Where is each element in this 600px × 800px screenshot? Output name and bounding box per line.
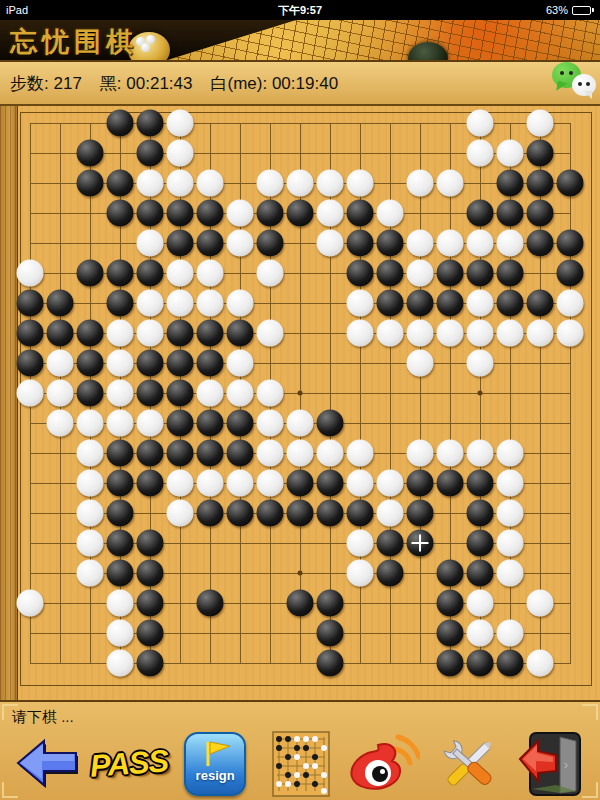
exit-button[interactable]: › bbox=[516, 731, 582, 797]
star-point bbox=[298, 571, 303, 576]
white-stone bbox=[347, 320, 374, 347]
white-stone bbox=[167, 140, 194, 167]
white-clock: 白(me): 00:19:40 bbox=[211, 72, 339, 95]
white-stone bbox=[467, 620, 494, 647]
black-stone bbox=[137, 620, 164, 647]
black-stone bbox=[497, 200, 524, 227]
black-stone bbox=[107, 110, 134, 137]
white-stone bbox=[497, 470, 524, 497]
exit-door-icon: › bbox=[516, 731, 582, 797]
white-stone bbox=[257, 440, 284, 467]
white-stone bbox=[407, 440, 434, 467]
white-stone bbox=[557, 290, 584, 317]
resign-label: resign bbox=[196, 768, 235, 783]
white-stone bbox=[227, 200, 254, 227]
white-stone bbox=[107, 410, 134, 437]
pass-label: PASS bbox=[89, 743, 169, 784]
black-stone bbox=[167, 350, 194, 377]
white-stone bbox=[167, 260, 194, 287]
black-stone bbox=[497, 290, 524, 317]
black-stone bbox=[137, 260, 164, 287]
black-stone bbox=[137, 650, 164, 677]
black-stone bbox=[347, 500, 374, 527]
black-stone bbox=[167, 440, 194, 467]
white-stone bbox=[317, 230, 344, 257]
game-info-bar: 步数: 217 黑: 00:21:43 白(me): 00:19:40 bbox=[0, 60, 600, 106]
white-stone bbox=[467, 590, 494, 617]
white-stone bbox=[107, 650, 134, 677]
white-stone bbox=[527, 320, 554, 347]
white-stone bbox=[377, 320, 404, 347]
black-stone bbox=[467, 560, 494, 587]
white-stone bbox=[107, 620, 134, 647]
wechat-white-bubble bbox=[572, 74, 596, 96]
grid-line bbox=[420, 123, 421, 664]
white-stone bbox=[17, 260, 44, 287]
white-stone bbox=[257, 410, 284, 437]
white-stone bbox=[317, 170, 344, 197]
white-stone bbox=[437, 440, 464, 467]
white-stone bbox=[407, 170, 434, 197]
white-stone bbox=[497, 230, 524, 257]
white-stone bbox=[347, 470, 374, 497]
white-stone bbox=[107, 590, 134, 617]
white-stone bbox=[467, 140, 494, 167]
white-stone bbox=[227, 350, 254, 377]
black-stone bbox=[107, 560, 134, 587]
black-stone bbox=[17, 350, 44, 377]
svg-text:›: › bbox=[564, 758, 568, 772]
black-stone bbox=[137, 560, 164, 587]
move-count: 步数: 217 bbox=[10, 72, 82, 95]
black-stone bbox=[527, 140, 554, 167]
white-stone bbox=[197, 260, 224, 287]
star-point bbox=[478, 391, 483, 396]
white-stone bbox=[227, 290, 254, 317]
white-stone bbox=[77, 440, 104, 467]
black-stone bbox=[527, 200, 554, 227]
black-stone bbox=[317, 500, 344, 527]
black-stone bbox=[317, 470, 344, 497]
bottom-toolbar: 请下棋 ... PASS resign bbox=[0, 700, 600, 800]
black-stone bbox=[377, 260, 404, 287]
black-stone bbox=[77, 380, 104, 407]
white-stone bbox=[227, 470, 254, 497]
wood-border-strip bbox=[0, 106, 18, 700]
black-stone bbox=[107, 530, 134, 557]
black-stone bbox=[77, 350, 104, 377]
white-stone bbox=[107, 380, 134, 407]
mini-board-icon bbox=[272, 731, 330, 797]
black-stone bbox=[407, 290, 434, 317]
white-stone bbox=[137, 320, 164, 347]
black-stone bbox=[17, 290, 44, 317]
white-stone bbox=[557, 320, 584, 347]
white-stone bbox=[377, 500, 404, 527]
white-stone bbox=[257, 260, 284, 287]
black-stone bbox=[137, 470, 164, 497]
weibo-icon bbox=[348, 733, 420, 795]
white-stone bbox=[407, 350, 434, 377]
black-stone bbox=[437, 470, 464, 497]
tools-icon bbox=[436, 731, 502, 797]
black-stone bbox=[197, 320, 224, 347]
app-header: 忘忧围棋 bbox=[0, 20, 600, 60]
white-stone bbox=[77, 470, 104, 497]
clock: 下午9:57 bbox=[0, 3, 600, 18]
white-stone bbox=[197, 470, 224, 497]
white-stone bbox=[167, 290, 194, 317]
black-stone bbox=[167, 410, 194, 437]
black-stone bbox=[347, 260, 374, 287]
white-stone bbox=[47, 380, 74, 407]
black-stone bbox=[137, 350, 164, 377]
black-stone bbox=[107, 260, 134, 287]
white-stone bbox=[377, 200, 404, 227]
black-stone bbox=[377, 560, 404, 587]
white-stone bbox=[287, 170, 314, 197]
white-stone bbox=[197, 380, 224, 407]
turn-prompt: 请下棋 ... bbox=[12, 708, 74, 727]
white-stone bbox=[467, 320, 494, 347]
white-stone bbox=[497, 140, 524, 167]
white-stone bbox=[467, 350, 494, 377]
white-stone bbox=[497, 620, 524, 647]
white-stone bbox=[137, 290, 164, 317]
black-stone bbox=[107, 290, 134, 317]
black-stone bbox=[467, 470, 494, 497]
white-stone bbox=[227, 380, 254, 407]
black-stone bbox=[227, 410, 254, 437]
white-stone bbox=[407, 260, 434, 287]
black-stone bbox=[347, 200, 374, 227]
black-clock: 黑: 00:21:43 bbox=[100, 72, 193, 95]
white-stone bbox=[167, 470, 194, 497]
black-stone bbox=[467, 200, 494, 227]
black-stone bbox=[257, 500, 284, 527]
black-stone bbox=[527, 230, 554, 257]
white-stone bbox=[347, 170, 374, 197]
app-title: 忘忧围棋 bbox=[10, 24, 138, 60]
black-stone bbox=[107, 470, 134, 497]
black-stone bbox=[107, 170, 134, 197]
white-stone bbox=[77, 410, 104, 437]
goban-photo-art bbox=[140, 20, 600, 60]
black-stone bbox=[467, 260, 494, 287]
star-point bbox=[298, 391, 303, 396]
status-bar: iPad 下午9:57 63% bbox=[0, 0, 600, 20]
black-stone bbox=[317, 410, 344, 437]
white-stone bbox=[77, 530, 104, 557]
black-stone bbox=[287, 200, 314, 227]
white-stone bbox=[167, 170, 194, 197]
white-stone bbox=[107, 350, 134, 377]
white-stone bbox=[467, 440, 494, 467]
white-stone bbox=[287, 440, 314, 467]
black-stone bbox=[347, 230, 374, 257]
black-stone bbox=[197, 230, 224, 257]
black-stone bbox=[137, 440, 164, 467]
pass-button[interactable]: PASS bbox=[80, 746, 168, 782]
white-stone bbox=[167, 500, 194, 527]
black-stone bbox=[197, 590, 224, 617]
white-stone bbox=[227, 230, 254, 257]
white-stone bbox=[167, 110, 194, 137]
white-stone bbox=[467, 290, 494, 317]
black-stone bbox=[197, 500, 224, 527]
black-stone bbox=[47, 290, 74, 317]
white-stone bbox=[407, 230, 434, 257]
ornament-corner bbox=[582, 704, 598, 720]
white-stone bbox=[347, 530, 374, 557]
black-stone bbox=[467, 530, 494, 557]
white-stone bbox=[137, 170, 164, 197]
black-stone bbox=[137, 380, 164, 407]
black-stone bbox=[137, 530, 164, 557]
black-stone bbox=[107, 500, 134, 527]
white-stone bbox=[17, 590, 44, 617]
black-stone bbox=[317, 590, 344, 617]
black-stone bbox=[137, 590, 164, 617]
settings-tools-button[interactable] bbox=[436, 731, 502, 797]
white-stone bbox=[47, 410, 74, 437]
black-stone bbox=[407, 500, 434, 527]
black-stone bbox=[317, 620, 344, 647]
black-stone bbox=[407, 530, 434, 557]
black-stone bbox=[257, 200, 284, 227]
grid-line bbox=[570, 123, 571, 664]
black-stone bbox=[437, 290, 464, 317]
white-stone bbox=[437, 170, 464, 197]
white-stone bbox=[527, 650, 554, 677]
white-stone bbox=[497, 320, 524, 347]
white-stone bbox=[257, 470, 284, 497]
white-stone bbox=[77, 500, 104, 527]
black-stone bbox=[227, 500, 254, 527]
black-stone bbox=[197, 410, 224, 437]
white-stone bbox=[407, 320, 434, 347]
black-stone bbox=[437, 260, 464, 287]
black-stone bbox=[197, 440, 224, 467]
resign-flag-icon bbox=[202, 740, 232, 766]
mini-board-button[interactable] bbox=[272, 731, 330, 797]
white-stone bbox=[497, 500, 524, 527]
black-stone bbox=[377, 530, 404, 557]
white-stone bbox=[137, 230, 164, 257]
white-stone bbox=[257, 170, 284, 197]
black-stone bbox=[167, 320, 194, 347]
back-arrow-icon bbox=[14, 737, 80, 791]
black-stone bbox=[197, 350, 224, 377]
white-stone bbox=[497, 440, 524, 467]
black-stone bbox=[137, 110, 164, 137]
white-stone bbox=[467, 110, 494, 137]
black-stone bbox=[107, 200, 134, 227]
white-stone bbox=[197, 290, 224, 317]
black-stone bbox=[257, 230, 284, 257]
black-stone bbox=[497, 650, 524, 677]
black-stone bbox=[137, 200, 164, 227]
battery-percent: 63% bbox=[546, 4, 568, 16]
black-stone bbox=[377, 290, 404, 317]
black-stone bbox=[317, 650, 344, 677]
white-stone bbox=[257, 380, 284, 407]
white-stone bbox=[467, 230, 494, 257]
black-stone bbox=[467, 650, 494, 677]
white-stone bbox=[197, 170, 224, 197]
black-stone bbox=[527, 170, 554, 197]
black-stone bbox=[77, 140, 104, 167]
white-stone bbox=[17, 380, 44, 407]
white-stone bbox=[437, 320, 464, 347]
black-stone bbox=[437, 560, 464, 587]
black-stone bbox=[137, 140, 164, 167]
white-stone bbox=[287, 410, 314, 437]
black-stone bbox=[437, 620, 464, 647]
black-stone bbox=[287, 470, 314, 497]
black-stone bbox=[437, 590, 464, 617]
black-stone bbox=[407, 470, 434, 497]
black-stone bbox=[497, 260, 524, 287]
white-stone bbox=[47, 350, 74, 377]
white-stone bbox=[347, 560, 374, 587]
white-stone bbox=[107, 320, 134, 347]
white-stone bbox=[257, 320, 284, 347]
black-stone bbox=[287, 500, 314, 527]
white-stone bbox=[347, 290, 374, 317]
black-stone bbox=[437, 650, 464, 677]
white-stone bbox=[497, 560, 524, 587]
weibo-share-button[interactable] bbox=[348, 733, 420, 795]
white-stone bbox=[77, 560, 104, 587]
white-stone bbox=[497, 530, 524, 557]
black-stone bbox=[77, 260, 104, 287]
black-stone bbox=[227, 320, 254, 347]
white-stone bbox=[377, 470, 404, 497]
black-stone bbox=[77, 170, 104, 197]
black-stone bbox=[107, 440, 134, 467]
white-stone bbox=[527, 590, 554, 617]
black-stone bbox=[527, 290, 554, 317]
black-stone bbox=[557, 260, 584, 287]
white-stone bbox=[437, 230, 464, 257]
black-stone bbox=[497, 170, 524, 197]
black-stone bbox=[557, 170, 584, 197]
black-stone bbox=[167, 380, 194, 407]
go-board[interactable] bbox=[0, 106, 600, 700]
black-stone bbox=[557, 230, 584, 257]
black-stone bbox=[197, 200, 224, 227]
black-stone bbox=[227, 440, 254, 467]
last-move-marker bbox=[407, 530, 434, 557]
white-stone bbox=[317, 440, 344, 467]
white-stone bbox=[347, 440, 374, 467]
black-stone bbox=[17, 320, 44, 347]
black-stone bbox=[167, 230, 194, 257]
black-stone bbox=[77, 320, 104, 347]
black-stone bbox=[377, 230, 404, 257]
white-stone bbox=[317, 200, 344, 227]
white-stone bbox=[137, 410, 164, 437]
black-stone bbox=[167, 200, 194, 227]
black-stone bbox=[287, 590, 314, 617]
black-stone bbox=[467, 500, 494, 527]
undo-back-button[interactable] bbox=[14, 737, 80, 791]
resign-button[interactable]: resign bbox=[184, 732, 246, 796]
battery-icon bbox=[572, 6, 594, 15]
wechat-icon[interactable] bbox=[550, 62, 598, 108]
white-stone bbox=[527, 110, 554, 137]
black-stone bbox=[47, 320, 74, 347]
